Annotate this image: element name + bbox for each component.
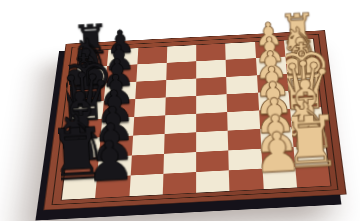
chess-board: ♜♟♟♜♞♟♟♞♝♟♟♝♚♟♟♚♛♟♟♛♝♟♟♝♞♟♟♞♜♟♟♜ [43,30,346,210]
white-pawn-glyph: ♟ [251,124,303,181]
square-b5[interactable] [163,152,196,174]
white-pawn-a2[interactable]: ♟ [259,125,295,181]
square-g4[interactable] [196,60,226,78]
square-e4[interactable] [196,94,227,114]
photo-scene: ♜♟♟♜♞♟♟♞♝♟♟♝♚♟♟♚♛♟♟♛♝♟♟♝♞♟♟♞♜♟♟♜ [0,0,360,221]
square-f5[interactable] [165,78,196,97]
chess-set-photo: ♜♟♟♜♞♟♟♞♝♟♟♝♚♟♟♚♛♟♟♛♝♟♟♝♞♟♟♞♜♟♟♜ [0,0,360,221]
square-g6[interactable] [136,63,167,81]
square-d6[interactable] [133,115,165,135]
square-c4[interactable] [196,131,228,152]
square-h6[interactable] [137,47,167,65]
square-f4[interactable] [196,77,227,96]
square-e6[interactable] [134,97,166,117]
black-pawn-a7[interactable]: ♟ [92,133,128,189]
square-h3[interactable] [225,42,255,60]
square-b4[interactable] [196,150,229,172]
square-a4[interactable] [196,170,230,193]
black-pawn-glyph: ♟ [84,133,136,190]
square-d4[interactable] [196,112,228,132]
square-h4[interactable] [196,44,226,62]
square-h7[interactable] [107,48,138,66]
square-e5[interactable] [165,96,196,116]
square-a5[interactable] [163,172,197,195]
square-f6[interactable] [135,80,166,99]
square-d5[interactable] [164,114,196,134]
square-c6[interactable] [131,134,164,155]
square-h5[interactable] [167,45,197,63]
square-g5[interactable] [166,61,196,79]
square-c5[interactable] [164,132,196,153]
